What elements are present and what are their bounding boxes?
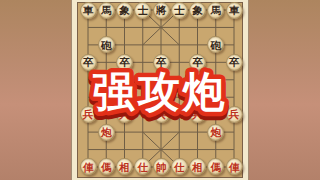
piece-black-general[interactable]: 將 (153, 2, 170, 19)
piece-black-soldier[interactable]: 卒 (153, 54, 170, 71)
piece-black-horse[interactable]: 馬 (207, 2, 224, 19)
piece-red-cannon[interactable]: 炮 (207, 124, 224, 141)
piece-black-advisor[interactable]: 士 (171, 2, 188, 19)
piece-black-cannon[interactable]: 砲 (98, 36, 115, 53)
board-grid (72, 0, 250, 180)
piece-black-elephant[interactable]: 象 (116, 2, 133, 19)
piece-red-cannon[interactable]: 炮 (98, 124, 115, 141)
piece-red-chariot[interactable]: 俥 (226, 158, 243, 175)
xiangqi-board: 車馬象士將士象馬車砲砲卒卒卒卒卒兵兵兵兵兵炮炮俥傌相仕帥仕相傌俥 (71, 0, 249, 180)
piece-black-soldier[interactable]: 卒 (80, 54, 97, 71)
piece-red-general[interactable]: 帥 (153, 158, 170, 175)
piece-black-advisor[interactable]: 士 (134, 2, 151, 19)
piece-black-chariot[interactable]: 車 (226, 2, 243, 19)
piece-red-soldier[interactable]: 兵 (153, 106, 170, 123)
piece-black-soldier[interactable]: 卒 (116, 54, 133, 71)
piece-red-soldier[interactable]: 兵 (80, 106, 97, 123)
piece-black-soldier[interactable]: 卒 (189, 54, 206, 71)
piece-black-chariot[interactable]: 車 (80, 2, 97, 19)
piece-black-horse[interactable]: 馬 (98, 2, 115, 19)
video-frame: 車馬象士將士象馬車砲砲卒卒卒卒卒兵兵兵兵兵炮炮俥傌相仕帥仕相傌俥 强攻炮 强攻炮… (0, 0, 320, 180)
piece-black-soldier[interactable]: 卒 (226, 54, 243, 71)
piece-black-elephant[interactable]: 象 (189, 2, 206, 19)
piece-red-chariot[interactable]: 俥 (80, 158, 97, 175)
piece-red-soldier[interactable]: 兵 (226, 106, 243, 123)
